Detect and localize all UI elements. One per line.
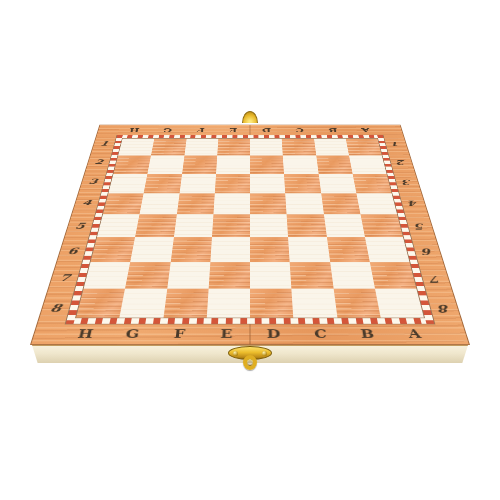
- square-c4: [285, 193, 323, 214]
- square-d3: [250, 174, 285, 194]
- square-g8: [120, 288, 167, 317]
- file-label-bottom-b: B: [343, 324, 393, 344]
- square-f7: [167, 262, 210, 289]
- square-b6: [326, 237, 369, 262]
- square-f5: [174, 214, 214, 237]
- square-h7: [84, 262, 131, 289]
- square-f1: [184, 139, 218, 156]
- file-label-top-b: B: [315, 125, 350, 135]
- square-g7: [125, 262, 170, 289]
- clasp-screw-right: [262, 351, 267, 356]
- square-b2: [316, 156, 352, 174]
- square-c1: [282, 139, 316, 156]
- file-label-bottom-g: G: [107, 324, 157, 344]
- square-c2: [283, 156, 318, 174]
- square-d2: [250, 156, 284, 174]
- stripe-border-bottom: [66, 318, 434, 323]
- file-label-top-c: C: [283, 125, 317, 135]
- brass-clasp: [226, 345, 274, 377]
- square-d6: [250, 237, 290, 262]
- square-c6: [288, 237, 329, 262]
- file-labels-top: HGFEDCBA: [117, 125, 384, 135]
- square-g4: [140, 193, 179, 214]
- square-h3: [108, 174, 147, 194]
- file-label-bottom-c: C: [296, 324, 345, 344]
- square-a6: [365, 237, 410, 262]
- square-e4: [213, 193, 250, 214]
- square-h4: [103, 193, 144, 214]
- file-labels-bottom: HGFEDCBA: [59, 324, 441, 344]
- square-b1: [314, 139, 349, 156]
- square-b5: [324, 214, 365, 237]
- file-label-top-g: G: [150, 125, 185, 135]
- square-h8: [76, 288, 125, 317]
- square-e1: [217, 139, 250, 156]
- square-b8: [333, 288, 380, 317]
- square-h6: [91, 237, 136, 262]
- square-g1: [151, 139, 186, 156]
- file-label-bottom-f: F: [155, 324, 204, 344]
- square-c7: [290, 262, 333, 289]
- product-photo: HGFEDCBA HGFEDCBA 12345678 12345678: [0, 0, 500, 500]
- square-h1: [118, 139, 154, 156]
- square-e2: [216, 156, 250, 174]
- board-3d-scene: HGFEDCBA HGFEDCBA 12345678 12345678: [0, 0, 500, 500]
- square-e6: [210, 237, 250, 262]
- square-d5: [250, 214, 288, 237]
- file-label-bottom-d: D: [250, 324, 298, 344]
- square-g5: [135, 214, 176, 237]
- playing-area: [65, 135, 436, 324]
- square-c8: [292, 288, 337, 317]
- square-g6: [130, 237, 173, 262]
- square-a7: [370, 262, 417, 289]
- file-label-top-d: D: [250, 125, 283, 135]
- file-label-top-f: F: [183, 125, 217, 135]
- square-c3: [284, 174, 321, 194]
- square-e8: [207, 288, 250, 317]
- square-h5: [97, 214, 140, 237]
- file-label-bottom-a: A: [389, 324, 441, 344]
- square-e3: [215, 174, 250, 194]
- square-c5: [287, 214, 327, 237]
- square-f8: [163, 288, 208, 317]
- square-d4: [250, 193, 287, 214]
- square-g3: [144, 174, 182, 194]
- square-a8: [375, 288, 424, 317]
- clasp-screw-left: [233, 351, 238, 356]
- square-e5: [212, 214, 250, 237]
- square-a5: [360, 214, 403, 237]
- square-a4: [356, 193, 397, 214]
- square-f6: [170, 237, 211, 262]
- chessboard: HGFEDCBA HGFEDCBA 12345678 12345678: [30, 125, 470, 345]
- file-label-bottom-e: E: [202, 324, 250, 344]
- square-a3: [352, 174, 391, 194]
- file-label-bottom-h: H: [59, 324, 111, 344]
- square-d8: [250, 288, 293, 317]
- square-d7: [250, 262, 292, 289]
- square-e7: [208, 262, 250, 289]
- square-a1: [346, 139, 382, 156]
- chessboard-grid: [75, 138, 425, 318]
- square-h2: [113, 156, 151, 174]
- square-b7: [330, 262, 375, 289]
- square-f3: [179, 174, 216, 194]
- square-f2: [182, 156, 217, 174]
- square-a2: [349, 156, 387, 174]
- square-b4: [321, 193, 360, 214]
- square-d1: [250, 139, 283, 156]
- file-label-top-a: A: [348, 125, 383, 135]
- square-g2: [148, 156, 184, 174]
- clasp-ring: [243, 355, 257, 370]
- square-f4: [176, 193, 214, 214]
- file-label-top-e: E: [217, 125, 250, 135]
- file-label-top-h: H: [117, 125, 152, 135]
- square-b3: [318, 174, 356, 194]
